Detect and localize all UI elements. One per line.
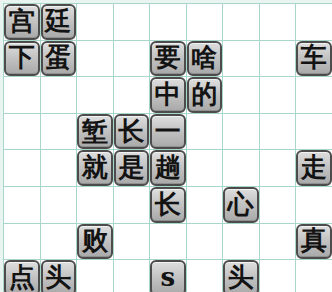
tile-character: 点 [9, 264, 35, 290]
board-cell [187, 4, 223, 40]
board-cell: 蛋 [41, 41, 77, 77]
tile-character: 长 [118, 118, 144, 144]
board-cell [41, 77, 77, 113]
tile-character: 走 [301, 154, 327, 180]
board-cell [77, 77, 113, 113]
board-cell [77, 41, 113, 77]
board-cell [77, 260, 113, 292]
board-cell [296, 260, 332, 292]
tile-character: 啥 [191, 44, 217, 70]
board-cell [260, 150, 296, 186]
board-cell [77, 187, 113, 223]
board-cell [77, 4, 113, 40]
board-cell [296, 114, 332, 150]
board-cell [41, 224, 77, 260]
board-cell: 要 [150, 41, 186, 77]
board-cell: 廷 [41, 4, 77, 40]
tile-character: 就 [82, 154, 108, 180]
tile-character: 的 [191, 81, 217, 107]
character-tile-中[interactable]: 中 [150, 77, 186, 113]
board-cell [187, 224, 223, 260]
board-cell: 堑 [77, 114, 113, 150]
board-cell [296, 77, 332, 113]
tile-character: 真 [301, 227, 327, 253]
character-tile-走[interactable]: 走 [296, 150, 332, 186]
board-cell [41, 187, 77, 223]
tile-character: 要 [155, 44, 181, 70]
tile-character: 是 [118, 154, 144, 180]
board-cell [4, 150, 40, 186]
tile-character: 下 [9, 44, 35, 70]
character-tile-真[interactable]: 真 [296, 224, 332, 260]
character-tile-头[interactable]: 头 [41, 260, 77, 292]
board-cell [114, 224, 150, 260]
board-cell: 是 [114, 150, 150, 186]
tile-character: 中 [155, 81, 181, 107]
board-cell [260, 260, 296, 292]
board-cell: 真 [296, 224, 332, 260]
tile-character: s [160, 264, 175, 290]
board-cell [260, 114, 296, 150]
board-cell [114, 77, 150, 113]
character-tile-车[interactable]: 车 [296, 41, 332, 77]
tile-character: 头 [228, 264, 254, 290]
board-cell [296, 187, 332, 223]
character-tile-长[interactable]: 长 [150, 187, 186, 223]
board-cell [41, 114, 77, 150]
tile-character: 败 [82, 227, 108, 253]
board-cell [223, 4, 259, 40]
character-tile-堑[interactable]: 堑 [77, 114, 113, 150]
character-tile-的[interactable]: 的 [187, 77, 223, 113]
tile-character: 趟 [155, 154, 181, 180]
puzzle-board: 宫廷下蛋要啥车中的堑长一就是趟走长心败真点头s头 [3, 3, 332, 292]
board-cell: 头 [223, 260, 259, 292]
character-tile-一[interactable]: 一 [150, 114, 186, 150]
board-cell: 头 [41, 260, 77, 292]
board-cell: 啥 [187, 41, 223, 77]
character-tile-廷[interactable]: 廷 [41, 4, 77, 40]
character-tile-下[interactable]: 下 [4, 41, 40, 77]
board-cell: 一 [150, 114, 186, 150]
board-cell [4, 224, 40, 260]
board-cell: 长 [150, 187, 186, 223]
board-cell [260, 224, 296, 260]
board-cell: 车 [296, 41, 332, 77]
character-tile-是[interactable]: 是 [114, 150, 150, 186]
board-cell: s [150, 260, 186, 292]
board-cell: 的 [187, 77, 223, 113]
board-cell [114, 260, 150, 292]
board-cell [4, 77, 40, 113]
word-puzzle-screen: 宫廷下蛋要啥车中的堑长一就是趟走长心败真点头s头 [0, 0, 332, 292]
character-tile-趟[interactable]: 趟 [150, 150, 186, 186]
character-tile-败[interactable]: 败 [77, 224, 113, 260]
tile-character: 蛋 [45, 44, 71, 70]
board-cell [223, 224, 259, 260]
tile-character: 心 [228, 191, 254, 217]
board-cell [223, 41, 259, 77]
board-cell [41, 150, 77, 186]
board-cell: 中 [150, 77, 186, 113]
board-cell [296, 4, 332, 40]
character-tile-宫[interactable]: 宫 [4, 4, 40, 40]
board-cell [223, 150, 259, 186]
board-cell [150, 4, 186, 40]
character-tile-啥[interactable]: 啥 [187, 41, 223, 77]
character-tile-蛋[interactable]: 蛋 [41, 41, 77, 77]
board-cell: 心 [223, 187, 259, 223]
tile-character: 堑 [82, 118, 108, 144]
board-cell [114, 41, 150, 77]
tile-character: 一 [155, 118, 181, 144]
tile-character: 车 [301, 44, 327, 70]
board-cell: 走 [296, 150, 332, 186]
character-tile-头[interactable]: 头 [223, 260, 259, 292]
board-cell [260, 41, 296, 77]
board-cell: 就 [77, 150, 113, 186]
board-cell [187, 114, 223, 150]
board-cell [223, 114, 259, 150]
board-cell [223, 77, 259, 113]
board-cell: 败 [77, 224, 113, 260]
character-tile-心[interactable]: 心 [223, 187, 259, 223]
board-cell: 宫 [4, 4, 40, 40]
character-tile-就[interactable]: 就 [77, 150, 113, 186]
tile-character: 头 [45, 264, 71, 290]
character-tile-点[interactable]: 点 [4, 260, 40, 292]
board-cell: 下 [4, 41, 40, 77]
board-cell: 长 [114, 114, 150, 150]
board-cell [187, 187, 223, 223]
board-cell [114, 4, 150, 40]
board-cell: 趟 [150, 150, 186, 186]
character-tile-长[interactable]: 长 [114, 114, 150, 150]
tile-character: 宫 [9, 8, 35, 34]
board-cell [260, 187, 296, 223]
board-cell: 点 [4, 260, 40, 292]
tile-character: 长 [155, 191, 181, 217]
board-cell [260, 4, 296, 40]
board-cell [4, 187, 40, 223]
character-tile-要[interactable]: 要 [150, 41, 186, 77]
board-cell [150, 224, 186, 260]
character-tile-s[interactable]: s [150, 260, 186, 292]
board-cell [4, 114, 40, 150]
board-cell [187, 260, 223, 292]
board-cell [187, 150, 223, 186]
board-cell [260, 77, 296, 113]
board-cell [114, 187, 150, 223]
tile-character: 廷 [45, 8, 71, 34]
